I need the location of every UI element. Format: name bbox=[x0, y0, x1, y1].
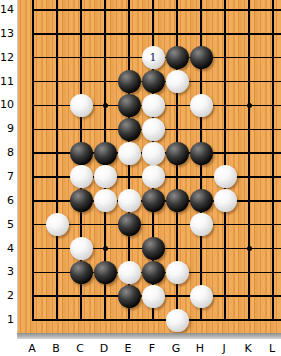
col-label-D: D bbox=[96, 342, 112, 356]
stone-black-H12[interactable] bbox=[190, 46, 213, 69]
stone-black-G12[interactable] bbox=[166, 46, 189, 69]
stone-white-C4[interactable] bbox=[70, 237, 93, 260]
stone-white-E3[interactable] bbox=[118, 261, 141, 284]
stone-black-F11[interactable] bbox=[142, 70, 165, 93]
stone-black-G6[interactable] bbox=[166, 189, 189, 212]
stone-white-H10[interactable] bbox=[190, 94, 213, 117]
stone-black-E5[interactable] bbox=[118, 213, 141, 236]
col-label-F: F bbox=[144, 342, 160, 356]
go-diagram: 1 1413121110987654321 ABCDEFGHJKL bbox=[0, 0, 281, 356]
col-label-H: H bbox=[192, 342, 208, 356]
col-label-A: A bbox=[24, 342, 40, 356]
board-bottom-shadow bbox=[17, 333, 281, 339]
stone-white-F12[interactable]: 1 bbox=[142, 46, 165, 69]
stone-white-G1[interactable] bbox=[166, 309, 189, 332]
row-label-1: 1 bbox=[0, 313, 14, 327]
stone-white-E6[interactable] bbox=[118, 189, 141, 212]
row-label-3: 3 bbox=[0, 265, 14, 279]
stone-white-J7[interactable] bbox=[214, 165, 237, 188]
stone-black-E11[interactable] bbox=[118, 70, 141, 93]
row-label-7: 7 bbox=[0, 170, 14, 184]
stone-black-F6[interactable] bbox=[142, 189, 165, 212]
col-label-J: J bbox=[216, 342, 232, 356]
col-label-G: G bbox=[168, 342, 184, 356]
grid-line-row-14 bbox=[32, 9, 281, 11]
row-label-4: 4 bbox=[0, 242, 14, 256]
stone-white-J6[interactable] bbox=[214, 189, 237, 212]
grid-line-row-1 bbox=[32, 319, 281, 321]
col-label-C: C bbox=[72, 342, 88, 356]
stone-black-E10[interactable] bbox=[118, 94, 141, 117]
stone-black-C6[interactable] bbox=[70, 189, 93, 212]
stone-white-H2[interactable] bbox=[190, 285, 213, 308]
row-label-11: 11 bbox=[0, 75, 14, 89]
col-label-L: L bbox=[264, 342, 280, 356]
stone-white-G3[interactable] bbox=[166, 261, 189, 284]
stone-black-H6[interactable] bbox=[190, 189, 213, 212]
stone-black-E2[interactable] bbox=[118, 285, 141, 308]
stone-white-D6[interactable] bbox=[94, 189, 117, 212]
row-label-12: 12 bbox=[0, 51, 14, 65]
stone-white-F7[interactable] bbox=[142, 165, 165, 188]
hoshi-K4 bbox=[247, 246, 252, 251]
hoshi-D10 bbox=[103, 103, 108, 108]
stone-white-F8[interactable] bbox=[142, 142, 165, 165]
row-label-13: 13 bbox=[0, 27, 14, 41]
stone-black-D8[interactable] bbox=[94, 142, 117, 165]
col-label-E: E bbox=[120, 342, 136, 356]
stone-white-B5[interactable] bbox=[46, 213, 69, 236]
row-label-10: 10 bbox=[0, 98, 14, 112]
stone-white-F2[interactable] bbox=[142, 285, 165, 308]
col-label-K: K bbox=[240, 342, 256, 356]
stone-white-H5[interactable] bbox=[190, 213, 213, 236]
stone-white-E8[interactable] bbox=[118, 142, 141, 165]
stone-black-D3[interactable] bbox=[94, 261, 117, 284]
stone-white-F9[interactable] bbox=[142, 118, 165, 141]
stone-black-C8[interactable] bbox=[70, 142, 93, 165]
stone-black-F3[interactable] bbox=[142, 261, 165, 284]
move-number-label: 1 bbox=[150, 52, 157, 63]
stone-white-G11[interactable] bbox=[166, 70, 189, 93]
row-label-2: 2 bbox=[0, 289, 14, 303]
stone-black-F4[interactable] bbox=[142, 237, 165, 260]
col-label-B: B bbox=[48, 342, 64, 356]
stone-black-H8[interactable] bbox=[190, 142, 213, 165]
stone-black-C3[interactable] bbox=[70, 261, 93, 284]
stone-white-C10[interactable] bbox=[70, 94, 93, 117]
stone-white-C7[interactable] bbox=[70, 165, 93, 188]
hoshi-D4 bbox=[103, 246, 108, 251]
grid-line-row-5 bbox=[32, 224, 281, 226]
stone-black-G8[interactable] bbox=[166, 142, 189, 165]
row-label-8: 8 bbox=[0, 146, 14, 160]
stone-black-E9[interactable] bbox=[118, 118, 141, 141]
stone-white-D7[interactable] bbox=[94, 165, 117, 188]
row-label-5: 5 bbox=[0, 218, 14, 232]
row-label-14: 14 bbox=[0, 3, 14, 17]
go-board[interactable]: 1 bbox=[17, 0, 281, 333]
row-label-9: 9 bbox=[0, 122, 14, 136]
row-label-6: 6 bbox=[0, 194, 14, 208]
grid-line-row-13 bbox=[32, 33, 281, 35]
hoshi-K10 bbox=[247, 103, 252, 108]
stone-white-F10[interactable] bbox=[142, 94, 165, 117]
